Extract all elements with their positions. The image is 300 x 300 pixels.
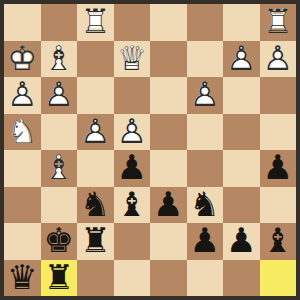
pawn-outline-icon: ♙: [223, 40, 260, 77]
king-outline-icon: ♔: [4, 40, 41, 77]
white-pawn-piece[interactable]: ♟♙: [223, 41, 260, 78]
square-f6[interactable]: ♟♙: [187, 77, 224, 114]
square-a3[interactable]: [4, 187, 41, 224]
white-rook-piece[interactable]: ♜♖: [77, 4, 114, 41]
white-rook-piece[interactable]: ♜♖: [260, 4, 297, 41]
white-pawn-piece[interactable]: ♟♙: [41, 77, 78, 114]
pawn-outline-icon: ♙: [4, 76, 41, 113]
black-pawn-piece[interactable]: ♟: [114, 150, 151, 187]
square-d5[interactable]: ♟♙: [114, 114, 151, 151]
square-f4[interactable]: [187, 150, 224, 187]
pawn-icon: ♟: [150, 186, 187, 223]
square-c4[interactable]: [77, 150, 114, 187]
pawn-icon: ♟: [114, 149, 151, 186]
square-g1[interactable]: [223, 260, 260, 297]
white-pawn-piece[interactable]: ♟♙: [187, 77, 224, 114]
square-e8[interactable]: [150, 4, 187, 41]
white-pawn-piece[interactable]: ♟♙: [4, 77, 41, 114]
black-rook-piece[interactable]: ♜: [77, 223, 114, 260]
bishop-icon: ♝: [260, 222, 297, 259]
queen-icon: ♛: [4, 259, 41, 296]
square-h5[interactable]: [260, 114, 297, 151]
black-rook-piece[interactable]: ♜: [41, 260, 78, 297]
square-a4[interactable]: [4, 150, 41, 187]
square-e5[interactable]: [150, 114, 187, 151]
square-e3[interactable]: ♟: [150, 187, 187, 224]
black-king-piece[interactable]: ♚: [41, 223, 78, 260]
square-b8[interactable]: [41, 4, 78, 41]
pawn-outline-icon: ♙: [41, 76, 78, 113]
king-icon: ♚: [41, 222, 78, 259]
pawn-outline-icon: ♙: [77, 113, 114, 150]
square-e7[interactable]: [150, 41, 187, 78]
square-d3[interactable]: ♝: [114, 187, 151, 224]
square-d7[interactable]: ♛♕: [114, 41, 151, 78]
square-h6[interactable]: [260, 77, 297, 114]
square-f7[interactable]: [187, 41, 224, 78]
square-f8[interactable]: [187, 4, 224, 41]
square-b2[interactable]: ♚: [41, 223, 78, 260]
square-b4[interactable]: ♝♗: [41, 150, 78, 187]
knight-icon: ♞: [187, 186, 224, 223]
square-g4[interactable]: [223, 150, 260, 187]
black-pawn-piece[interactable]: ♟: [150, 187, 187, 224]
knight-icon: ♞: [77, 186, 114, 223]
pawn-outline-icon: ♙: [114, 113, 151, 150]
board-frame: ♜♖♜♖♚♔♝♗♛♕♟♙♟♙♟♙♟♙♟♙♞♘♟♙♟♙♝♗♟♟♞♝♟♞♚♜♟♟♝♛…: [0, 0, 300, 300]
square-b1[interactable]: ♜: [41, 260, 78, 297]
square-d6[interactable]: [114, 77, 151, 114]
square-b5[interactable]: [41, 114, 78, 151]
square-f2[interactable]: ♟: [187, 223, 224, 260]
rook-outline-icon: ♖: [77, 3, 114, 40]
pawn-icon: ♟: [223, 222, 260, 259]
square-g6[interactable]: [223, 77, 260, 114]
square-e6[interactable]: [150, 77, 187, 114]
rook-outline-icon: ♖: [260, 3, 297, 40]
square-b7[interactable]: ♝♗: [41, 41, 78, 78]
square-c2[interactable]: ♜: [77, 223, 114, 260]
square-f3[interactable]: ♞: [187, 187, 224, 224]
square-c1[interactable]: [77, 260, 114, 297]
white-bishop-piece[interactable]: ♝♗: [41, 150, 78, 187]
square-g3[interactable]: [223, 187, 260, 224]
square-a1[interactable]: ♛: [4, 260, 41, 297]
bishop-icon: ♝: [114, 186, 151, 223]
chess-board: ♜♖♜♖♚♔♝♗♛♕♟♙♟♙♟♙♟♙♟♙♞♘♟♙♟♙♝♗♟♟♞♝♟♞♚♜♟♟♝♛…: [4, 4, 296, 296]
knight-outline-icon: ♘: [4, 113, 41, 150]
pawn-outline-icon: ♙: [260, 40, 297, 77]
square-a6[interactable]: ♟♙: [4, 77, 41, 114]
square-e2[interactable]: [150, 223, 187, 260]
black-pawn-piece[interactable]: ♟: [187, 223, 224, 260]
white-pawn-piece[interactable]: ♟♙: [260, 41, 297, 78]
rook-icon: ♜: [41, 259, 78, 296]
square-d8[interactable]: [114, 4, 151, 41]
rook-icon: ♜: [77, 222, 114, 259]
queen-outline-icon: ♕: [114, 40, 151, 77]
black-knight-piece[interactable]: ♞: [187, 187, 224, 224]
square-c5[interactable]: ♟♙: [77, 114, 114, 151]
square-c3[interactable]: ♞: [77, 187, 114, 224]
square-d1[interactable]: [114, 260, 151, 297]
pawn-icon: ♟: [187, 222, 224, 259]
square-h3[interactable]: [260, 187, 297, 224]
black-pawn-piece[interactable]: ♟: [223, 223, 260, 260]
pawn-outline-icon: ♙: [187, 76, 224, 113]
square-g2[interactable]: ♟: [223, 223, 260, 260]
white-pawn-piece[interactable]: ♟♙: [114, 114, 151, 151]
black-bishop-piece[interactable]: ♝: [260, 223, 297, 260]
bishop-outline-icon: ♗: [41, 149, 78, 186]
square-a5[interactable]: ♞♘: [4, 114, 41, 151]
square-h8[interactable]: ♜♖: [260, 4, 297, 41]
square-c7[interactable]: [77, 41, 114, 78]
square-h7[interactable]: ♟♙: [260, 41, 297, 78]
square-g5[interactable]: [223, 114, 260, 151]
square-f1[interactable]: [187, 260, 224, 297]
white-queen-piece[interactable]: ♛♕: [114, 41, 151, 78]
square-a8[interactable]: [4, 4, 41, 41]
black-pawn-piece[interactable]: ♟: [260, 150, 297, 187]
square-h2[interactable]: ♝: [260, 223, 297, 260]
square-h1[interactable]: [260, 260, 297, 297]
square-c6[interactable]: [77, 77, 114, 114]
black-bishop-piece[interactable]: ♝: [114, 187, 151, 224]
white-king-piece[interactable]: ♚♔: [4, 41, 41, 78]
square-b6[interactable]: ♟♙: [41, 77, 78, 114]
square-e1[interactable]: [150, 260, 187, 297]
white-bishop-piece[interactable]: ♝♗: [41, 41, 78, 78]
square-d2[interactable]: [114, 223, 151, 260]
square-g8[interactable]: [223, 4, 260, 41]
square-h4[interactable]: ♟: [260, 150, 297, 187]
square-d4[interactable]: ♟: [114, 150, 151, 187]
square-f5[interactable]: [187, 114, 224, 151]
white-pawn-piece[interactable]: ♟♙: [77, 114, 114, 151]
bishop-outline-icon: ♗: [41, 40, 78, 77]
square-b3[interactable]: [41, 187, 78, 224]
square-a2[interactable]: [4, 223, 41, 260]
pawn-icon: ♟: [260, 149, 297, 186]
square-e4[interactable]: [150, 150, 187, 187]
square-g7[interactable]: ♟♙: [223, 41, 260, 78]
square-c8[interactable]: ♜♖: [77, 4, 114, 41]
black-knight-piece[interactable]: ♞: [77, 187, 114, 224]
black-queen-piece[interactable]: ♛: [4, 260, 41, 297]
white-knight-piece[interactable]: ♞♘: [4, 114, 41, 151]
square-a7[interactable]: ♚♔: [4, 41, 41, 78]
